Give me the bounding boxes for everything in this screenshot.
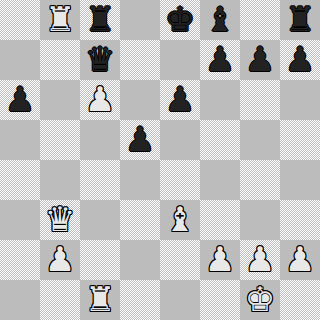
square-d5[interactable]: ♟ bbox=[120, 120, 160, 160]
square-g7[interactable]: ♟ bbox=[240, 40, 280, 80]
square-h2[interactable]: ♟ bbox=[280, 240, 320, 280]
square-e6[interactable]: ♟ bbox=[160, 80, 200, 120]
square-b1[interactable] bbox=[40, 280, 80, 320]
square-f1[interactable] bbox=[200, 280, 240, 320]
piece-black-queen[interactable]: ♛ bbox=[85, 42, 115, 76]
piece-white-king[interactable]: ♚ bbox=[245, 282, 275, 316]
square-h1[interactable] bbox=[280, 280, 320, 320]
square-e2[interactable] bbox=[160, 240, 200, 280]
square-b8[interactable]: ♜ bbox=[40, 0, 80, 40]
square-b6[interactable] bbox=[40, 80, 80, 120]
square-c3[interactable] bbox=[80, 200, 120, 240]
square-a3[interactable] bbox=[0, 200, 40, 240]
square-g1[interactable]: ♚ bbox=[240, 280, 280, 320]
square-a5[interactable] bbox=[0, 120, 40, 160]
square-f2[interactable]: ♟ bbox=[200, 240, 240, 280]
square-h6[interactable] bbox=[280, 80, 320, 120]
square-g5[interactable] bbox=[240, 120, 280, 160]
piece-white-rook[interactable]: ♜ bbox=[45, 2, 75, 36]
square-a2[interactable] bbox=[0, 240, 40, 280]
square-e8[interactable]: ♚ bbox=[160, 0, 200, 40]
square-d6[interactable] bbox=[120, 80, 160, 120]
square-a7[interactable] bbox=[0, 40, 40, 80]
square-b4[interactable] bbox=[40, 160, 80, 200]
square-d3[interactable] bbox=[120, 200, 160, 240]
square-c5[interactable] bbox=[80, 120, 120, 160]
piece-black-pawn[interactable]: ♟ bbox=[245, 42, 275, 76]
square-h8[interactable]: ♜ bbox=[280, 0, 320, 40]
piece-black-pawn[interactable]: ♟ bbox=[285, 42, 315, 76]
square-b7[interactable] bbox=[40, 40, 80, 80]
square-a8[interactable] bbox=[0, 0, 40, 40]
square-a4[interactable] bbox=[0, 160, 40, 200]
square-g4[interactable] bbox=[240, 160, 280, 200]
square-a6[interactable]: ♟ bbox=[0, 80, 40, 120]
piece-black-pawn[interactable]: ♟ bbox=[125, 122, 155, 156]
square-d4[interactable] bbox=[120, 160, 160, 200]
square-c7[interactable]: ♛ bbox=[80, 40, 120, 80]
piece-black-king[interactable]: ♚ bbox=[165, 2, 195, 36]
square-g3[interactable] bbox=[240, 200, 280, 240]
square-e5[interactable] bbox=[160, 120, 200, 160]
chess-board: ♜♜♚♝♜♛♟♟♟♟♟♟♟♛♝♟♟♟♟♜♚ bbox=[0, 0, 320, 320]
square-g8[interactable] bbox=[240, 0, 280, 40]
square-e7[interactable] bbox=[160, 40, 200, 80]
square-h4[interactable] bbox=[280, 160, 320, 200]
square-d7[interactable] bbox=[120, 40, 160, 80]
piece-black-bishop[interactable]: ♝ bbox=[205, 2, 235, 36]
square-f6[interactable] bbox=[200, 80, 240, 120]
piece-white-rook[interactable]: ♜ bbox=[85, 282, 115, 316]
piece-black-pawn[interactable]: ♟ bbox=[165, 82, 195, 116]
piece-white-pawn[interactable]: ♟ bbox=[205, 242, 235, 276]
square-e4[interactable] bbox=[160, 160, 200, 200]
square-c8[interactable]: ♜ bbox=[80, 0, 120, 40]
piece-black-pawn[interactable]: ♟ bbox=[5, 82, 35, 116]
square-c4[interactable] bbox=[80, 160, 120, 200]
square-h3[interactable] bbox=[280, 200, 320, 240]
piece-white-pawn[interactable]: ♟ bbox=[45, 242, 75, 276]
piece-white-pawn[interactable]: ♟ bbox=[245, 242, 275, 276]
square-f7[interactable]: ♟ bbox=[200, 40, 240, 80]
piece-white-bishop[interactable]: ♝ bbox=[165, 202, 195, 236]
square-e3[interactable]: ♝ bbox=[160, 200, 200, 240]
piece-black-pawn[interactable]: ♟ bbox=[205, 42, 235, 76]
square-e1[interactable] bbox=[160, 280, 200, 320]
square-d1[interactable] bbox=[120, 280, 160, 320]
square-h7[interactable]: ♟ bbox=[280, 40, 320, 80]
square-f5[interactable] bbox=[200, 120, 240, 160]
square-b5[interactable] bbox=[40, 120, 80, 160]
square-a1[interactable] bbox=[0, 280, 40, 320]
square-f3[interactable] bbox=[200, 200, 240, 240]
square-c2[interactable] bbox=[80, 240, 120, 280]
square-g6[interactable] bbox=[240, 80, 280, 120]
square-b3[interactable]: ♛ bbox=[40, 200, 80, 240]
square-f4[interactable] bbox=[200, 160, 240, 200]
square-h5[interactable] bbox=[280, 120, 320, 160]
piece-white-pawn[interactable]: ♟ bbox=[285, 242, 315, 276]
square-b2[interactable]: ♟ bbox=[40, 240, 80, 280]
piece-black-rook[interactable]: ♜ bbox=[285, 2, 315, 36]
square-d8[interactable] bbox=[120, 0, 160, 40]
piece-white-pawn[interactable]: ♟ bbox=[85, 82, 115, 116]
square-c6[interactable]: ♟ bbox=[80, 80, 120, 120]
square-d2[interactable] bbox=[120, 240, 160, 280]
piece-black-rook[interactable]: ♜ bbox=[85, 2, 115, 36]
square-c1[interactable]: ♜ bbox=[80, 280, 120, 320]
square-g2[interactable]: ♟ bbox=[240, 240, 280, 280]
square-f8[interactable]: ♝ bbox=[200, 0, 240, 40]
piece-white-queen[interactable]: ♛ bbox=[45, 202, 75, 236]
